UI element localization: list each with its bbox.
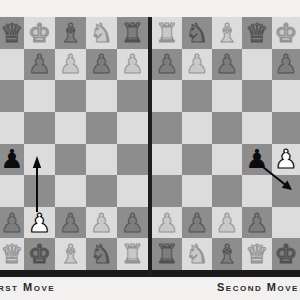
piece-f1: ♝ (59, 241, 82, 267)
piece-c2: ♟ (215, 210, 238, 236)
piece-b2: ♟ (185, 210, 208, 236)
square-d8: ♛ (0, 17, 24, 49)
square-e6 (24, 80, 55, 112)
square-e4: ♟ (272, 144, 300, 176)
square-h3 (117, 175, 148, 207)
square-h7: ♟ (117, 49, 148, 81)
square-d3 (0, 175, 24, 207)
board-first-move: ♛♚♝♞♜♟♟♟♟♟♟♟♟♟♟♛♚♝♞♜ (0, 17, 148, 277)
piece-d2: ♟ (0, 210, 23, 236)
square-f1: ♝ (55, 238, 86, 270)
square-h8: ♜ (117, 17, 148, 49)
square-a7: ♟ (152, 49, 182, 81)
square-d4: ♟ (242, 144, 272, 176)
square-f6 (55, 80, 86, 112)
square-a3 (152, 175, 182, 207)
square-e1: ♚ (24, 238, 55, 270)
square-d5 (0, 112, 24, 144)
square-d2: ♟ (242, 207, 272, 239)
square-a5 (152, 112, 182, 144)
square-f8: ♝ (55, 17, 86, 49)
square-c4 (212, 144, 242, 176)
square-b6 (182, 80, 212, 112)
square-f3 (55, 175, 86, 207)
square-h5 (117, 112, 148, 144)
piece-d4: ♟ (245, 146, 268, 172)
piece-c1: ♝ (215, 241, 238, 267)
square-c2: ♟ (212, 207, 242, 239)
square-c7: ♟ (212, 49, 242, 81)
square-c5 (212, 112, 242, 144)
square-g1: ♞ (86, 238, 117, 270)
piece-e8: ♚ (28, 20, 51, 46)
caption-second-move: Second Move (217, 281, 299, 293)
square-a8: ♜ (152, 17, 182, 49)
chess-lesson-diagram: ♛♚♝♞♜♟♟♟♟♟♟♟♟♟♟♛♚♝♞♜ ♜♞♝♛♚♟♟♟♟♟♟♟♟♟♟♜♞♝♛… (0, 0, 300, 300)
square-b3 (182, 175, 212, 207)
square-g3 (86, 175, 117, 207)
square-c1: ♝ (212, 238, 242, 270)
piece-e7: ♟ (28, 51, 51, 77)
square-b8: ♞ (182, 17, 212, 49)
square-g7: ♟ (86, 49, 117, 81)
square-a2: ♟ (152, 207, 182, 239)
piece-f2: ♟ (59, 210, 82, 236)
piece-d4: ♟ (0, 146, 23, 172)
piece-g1: ♞ (90, 241, 113, 267)
piece-e8: ♚ (274, 20, 297, 46)
piece-h7: ♟ (121, 51, 144, 77)
piece-d1: ♛ (245, 241, 268, 267)
piece-d2: ♟ (245, 210, 268, 236)
square-f7: ♟ (55, 49, 86, 81)
piece-b7: ♟ (185, 51, 208, 77)
square-c3 (212, 175, 242, 207)
piece-d8: ♛ (0, 20, 23, 46)
square-d2: ♟ (0, 207, 24, 239)
piece-g2: ♟ (90, 210, 113, 236)
piece-d1: ♛ (0, 241, 23, 267)
square-e2: ♟ (24, 207, 55, 239)
square-a4 (152, 144, 182, 176)
piece-a8: ♜ (155, 20, 178, 46)
square-h1: ♜ (117, 238, 148, 270)
square-h4 (117, 144, 148, 176)
piece-b1: ♞ (185, 241, 208, 267)
square-d5 (242, 112, 272, 144)
piece-h2: ♟ (121, 210, 144, 236)
square-b4 (182, 144, 212, 176)
square-d7 (242, 49, 272, 81)
piece-e2: ♟ (28, 210, 51, 236)
square-d7 (0, 49, 24, 81)
piece-c7: ♟ (215, 51, 238, 77)
square-d4: ♟ (0, 144, 24, 176)
square-d6 (242, 80, 272, 112)
square-e1: ♚ (272, 238, 300, 270)
square-h6 (117, 80, 148, 112)
square-d1: ♛ (242, 238, 272, 270)
square-g8: ♞ (86, 17, 117, 49)
piece-e1: ♚ (28, 241, 51, 267)
square-d1: ♛ (0, 238, 24, 270)
square-e7: ♟ (272, 49, 300, 81)
square-g5 (86, 112, 117, 144)
square-g2: ♟ (86, 207, 117, 239)
piece-e1: ♚ (274, 241, 297, 267)
piece-g7: ♟ (90, 51, 113, 77)
piece-h8: ♜ (121, 20, 144, 46)
square-e5 (272, 112, 300, 144)
square-e8: ♚ (272, 17, 300, 49)
square-f4 (55, 144, 86, 176)
square-b1: ♞ (182, 238, 212, 270)
board-second-move: ♜♞♝♛♚♟♟♟♟♟♟♟♟♟♟♜♞♝♛♚ (152, 17, 300, 277)
square-e3 (24, 175, 55, 207)
piece-a1: ♜ (155, 241, 178, 267)
square-e8: ♚ (24, 17, 55, 49)
square-e6 (272, 80, 300, 112)
piece-f7: ♟ (59, 51, 82, 77)
square-b7: ♟ (182, 49, 212, 81)
square-c8: ♝ (212, 17, 242, 49)
square-g4 (86, 144, 117, 176)
square-c6 (212, 80, 242, 112)
piece-e4: ♟ (274, 146, 297, 172)
square-e2 (272, 207, 300, 239)
square-b5 (182, 112, 212, 144)
square-a6 (152, 80, 182, 112)
piece-c8: ♝ (215, 20, 238, 46)
square-d3 (242, 175, 272, 207)
square-b2: ♟ (182, 207, 212, 239)
square-e5 (24, 112, 55, 144)
square-e4 (24, 144, 55, 176)
square-d6 (0, 80, 24, 112)
piece-g8: ♞ (90, 20, 113, 46)
piece-a7: ♟ (155, 51, 178, 77)
piece-e7: ♟ (274, 51, 297, 77)
piece-d8: ♛ (245, 20, 268, 46)
piece-f8: ♝ (59, 20, 82, 46)
piece-h1: ♜ (121, 241, 144, 267)
caption-first-move: First Move (0, 281, 55, 293)
square-g6 (86, 80, 117, 112)
square-e3 (272, 175, 300, 207)
square-e7: ♟ (24, 49, 55, 81)
square-f2: ♟ (55, 207, 86, 239)
square-h2: ♟ (117, 207, 148, 239)
square-a1: ♜ (152, 238, 182, 270)
piece-b8: ♞ (185, 20, 208, 46)
piece-a2: ♟ (155, 210, 178, 236)
square-f5 (55, 112, 86, 144)
square-d8: ♛ (242, 17, 272, 49)
